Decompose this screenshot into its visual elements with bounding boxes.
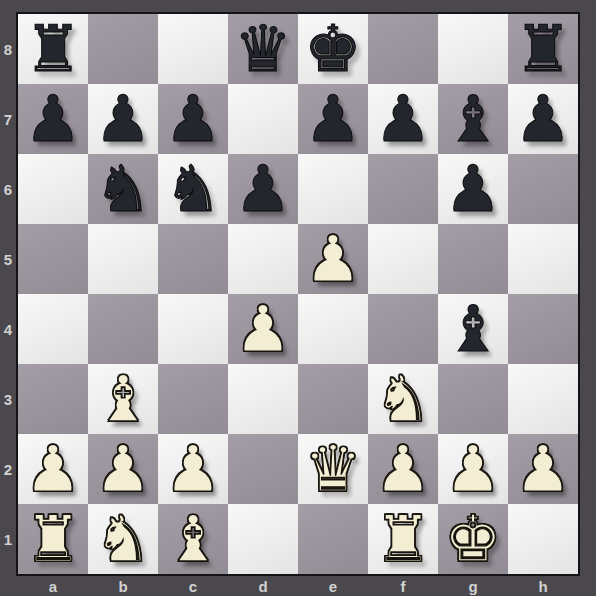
rank-label-5: 5 [0,224,16,294]
file-label-a: a [18,576,88,596]
file-label-c: c [158,576,228,596]
square-e3[interactable] [298,364,368,434]
square-e6[interactable] [298,154,368,224]
piece-white-bishop[interactable]: ♝ [94,364,151,434]
square-e5[interactable]: ♟ [298,224,368,294]
piece-black-rook[interactable]: ♜ [24,14,81,84]
piece-white-queen[interactable]: ♛ [304,434,361,504]
file-label-b: b [88,576,158,596]
square-h2[interactable]: ♟ [508,434,578,504]
square-c4[interactable] [158,294,228,364]
piece-white-pawn[interactable]: ♟ [234,294,291,364]
piece-black-king[interactable]: ♚ [304,14,361,84]
square-h3[interactable] [508,364,578,434]
file-label-g: g [438,576,508,596]
piece-black-bishop[interactable]: ♝ [444,294,501,364]
piece-black-rook[interactable]: ♜ [514,14,571,84]
file-label-e: e [298,576,368,596]
rank-label-4: 4 [0,294,16,364]
square-b2[interactable]: ♟ [88,434,158,504]
square-f1[interactable]: ♜ [368,504,438,574]
square-f4[interactable] [368,294,438,364]
square-c8[interactable] [158,14,228,84]
square-e2[interactable]: ♛ [298,434,368,504]
piece-black-knight[interactable]: ♞ [94,154,151,224]
square-f6[interactable] [368,154,438,224]
piece-black-pawn[interactable]: ♟ [164,84,221,154]
piece-white-pawn[interactable]: ♟ [94,434,151,504]
piece-white-rook[interactable]: ♜ [24,504,81,574]
square-g8[interactable] [438,14,508,84]
square-g6[interactable]: ♟ [438,154,508,224]
square-a2[interactable]: ♟ [18,434,88,504]
square-b8[interactable] [88,14,158,84]
square-f5[interactable] [368,224,438,294]
piece-white-pawn[interactable]: ♟ [164,434,221,504]
piece-white-pawn[interactable]: ♟ [374,434,431,504]
square-g7[interactable]: ♝ [438,84,508,154]
rank-labels: 87654321 [0,14,16,574]
piece-white-knight[interactable]: ♞ [374,364,431,434]
square-g5[interactable] [438,224,508,294]
piece-white-pawn[interactable]: ♟ [24,434,81,504]
piece-black-pawn[interactable]: ♟ [24,84,81,154]
square-e4[interactable] [298,294,368,364]
square-h5[interactable] [508,224,578,294]
square-c5[interactable] [158,224,228,294]
piece-white-king[interactable]: ♚ [444,504,501,574]
square-a4[interactable] [18,294,88,364]
square-e7[interactable]: ♟ [298,84,368,154]
square-f7[interactable]: ♟ [368,84,438,154]
piece-white-pawn[interactable]: ♟ [444,434,501,504]
square-b5[interactable] [88,224,158,294]
square-f8[interactable] [368,14,438,84]
square-f2[interactable]: ♟ [368,434,438,504]
square-b7[interactable]: ♟ [88,84,158,154]
file-labels: abcdefgh [18,576,578,596]
square-c3[interactable] [158,364,228,434]
square-c6[interactable]: ♞ [158,154,228,224]
piece-black-pawn[interactable]: ♟ [514,84,571,154]
piece-black-queen[interactable]: ♛ [234,14,291,84]
square-b3[interactable]: ♝ [88,364,158,434]
piece-black-pawn[interactable]: ♟ [374,84,431,154]
square-b1[interactable]: ♞ [88,504,158,574]
square-d7[interactable] [228,84,298,154]
square-h6[interactable] [508,154,578,224]
square-g4[interactable]: ♝ [438,294,508,364]
piece-black-pawn[interactable]: ♟ [444,154,501,224]
square-c2[interactable]: ♟ [158,434,228,504]
square-c7[interactable]: ♟ [158,84,228,154]
piece-white-knight[interactable]: ♞ [94,504,151,574]
rank-label-8: 8 [0,14,16,84]
piece-white-pawn[interactable]: ♟ [514,434,571,504]
square-h7[interactable]: ♟ [508,84,578,154]
piece-black-pawn[interactable]: ♟ [304,84,361,154]
chessboard-frame: 87654321 ♜♛♚♜♟♟♟♟♟♝♟♞♞♟♟♟♟♝♝♞♟♟♟♛♟♟♟♜♞♝♜… [0,0,596,596]
piece-white-rook[interactable]: ♜ [374,504,431,574]
square-h4[interactable] [508,294,578,364]
square-g2[interactable]: ♟ [438,434,508,504]
square-d1[interactable] [228,504,298,574]
square-d2[interactable] [228,434,298,504]
piece-black-pawn[interactable]: ♟ [234,154,291,224]
piece-black-bishop[interactable]: ♝ [444,84,501,154]
square-g1[interactable]: ♚ [438,504,508,574]
square-b6[interactable]: ♞ [88,154,158,224]
square-c1[interactable]: ♝ [158,504,228,574]
rank-label-7: 7 [0,84,16,154]
square-e8[interactable]: ♚ [298,14,368,84]
file-label-h: h [508,576,578,596]
square-d6[interactable]: ♟ [228,154,298,224]
rank-label-2: 2 [0,434,16,504]
square-a7[interactable]: ♟ [18,84,88,154]
square-h8[interactable]: ♜ [508,14,578,84]
file-label-d: d [228,576,298,596]
piece-white-pawn[interactable]: ♟ [304,224,361,294]
piece-white-bishop[interactable]: ♝ [164,504,221,574]
square-d5[interactable] [228,224,298,294]
square-a8[interactable]: ♜ [18,14,88,84]
board: ♜♛♚♜♟♟♟♟♟♝♟♞♞♟♟♟♟♝♝♞♟♟♟♛♟♟♟♜♞♝♜♚ [16,12,580,576]
piece-black-knight[interactable]: ♞ [164,154,221,224]
square-a5[interactable] [18,224,88,294]
square-d8[interactable]: ♛ [228,14,298,84]
square-a1[interactable]: ♜ [18,504,88,574]
square-d4[interactable]: ♟ [228,294,298,364]
square-h1[interactable] [508,504,578,574]
square-d3[interactable] [228,364,298,434]
square-f3[interactable]: ♞ [368,364,438,434]
rank-label-6: 6 [0,154,16,224]
rank-label-3: 3 [0,364,16,434]
file-label-f: f [368,576,438,596]
square-g3[interactable] [438,364,508,434]
piece-black-pawn[interactable]: ♟ [94,84,151,154]
square-b4[interactable] [88,294,158,364]
square-a3[interactable] [18,364,88,434]
square-a6[interactable] [18,154,88,224]
rank-label-1: 1 [0,504,16,574]
square-e1[interactable] [298,504,368,574]
